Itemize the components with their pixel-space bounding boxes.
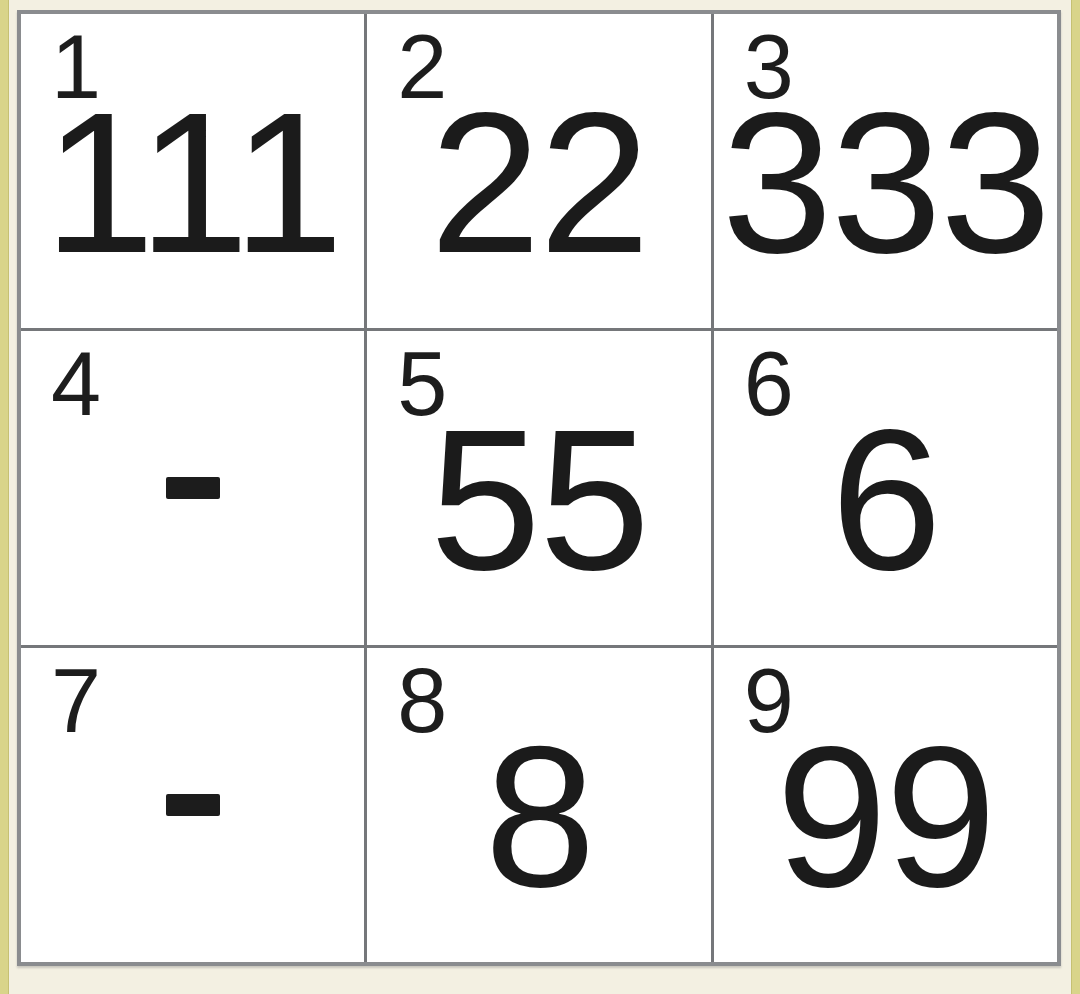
puzzle-grid: 11112223333455566788999 (17, 10, 1061, 966)
cell-9[interactable]: 999 (714, 648, 1057, 962)
cell-value: 55 (430, 400, 648, 600)
cell-7[interactable]: 7 (21, 648, 364, 962)
cell-5[interactable]: 555 (367, 331, 710, 645)
dash-mark (166, 477, 220, 499)
cell-1[interactable]: 1111 (21, 14, 364, 328)
page: 11112223333455566788999 (0, 0, 1080, 994)
cell-value: 111 (44, 83, 342, 283)
cell-value: 333 (721, 83, 1049, 283)
cell-index-label: 8 (397, 656, 447, 746)
cell-2[interactable]: 222 (367, 14, 710, 328)
cell-index-label: 4 (51, 339, 101, 429)
cell-4[interactable]: 4 (21, 331, 364, 645)
cell-index-label: 7 (51, 656, 101, 746)
left-edge-strip (0, 0, 9, 994)
cell-index-label: 6 (744, 339, 794, 429)
cell-value: 6 (831, 400, 940, 600)
cell-6[interactable]: 66 (714, 331, 1057, 645)
dash-mark (166, 794, 220, 816)
cell-value: 8 (484, 717, 593, 917)
cell-value: 22 (430, 83, 648, 283)
cell-value: 99 (776, 717, 994, 917)
cell-3[interactable]: 3333 (714, 14, 1057, 328)
right-edge-strip (1071, 0, 1080, 994)
cell-8[interactable]: 88 (367, 648, 710, 962)
